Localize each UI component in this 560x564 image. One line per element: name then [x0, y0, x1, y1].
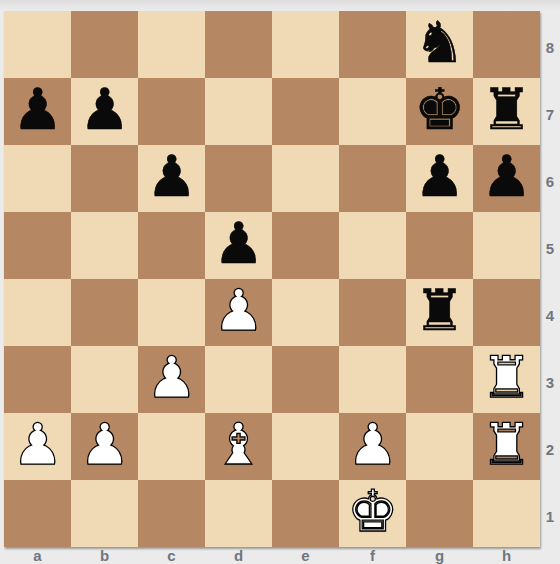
file-label-e: e — [272, 546, 339, 564]
black-pawn-g6[interactable]: ♟ — [414, 148, 465, 205]
square-c6[interactable]: ♟ — [138, 145, 205, 212]
black-king-g7[interactable]: ♚ — [414, 81, 465, 138]
square-f8[interactable] — [339, 11, 406, 78]
file-label-f: f — [339, 546, 406, 564]
rank-label-8: 8 — [540, 11, 560, 78]
square-h5[interactable] — [473, 212, 540, 279]
white-pawn-a2[interactable]: ♟ — [12, 416, 63, 473]
square-c7[interactable] — [138, 78, 205, 145]
square-g2[interactable] — [406, 413, 473, 480]
square-h7[interactable]: ♜ — [473, 78, 540, 145]
rank-label-5: 5 — [540, 212, 560, 279]
black-rook-g4[interactable]: ♜ — [414, 282, 465, 339]
square-b4[interactable] — [71, 279, 138, 346]
square-e3[interactable] — [272, 346, 339, 413]
black-pawn-d5[interactable]: ♟ — [213, 215, 264, 272]
square-c5[interactable] — [138, 212, 205, 279]
square-b7[interactable]: ♟ — [71, 78, 138, 145]
black-pawn-h6[interactable]: ♟ — [481, 148, 532, 205]
file-label-h: h — [473, 546, 540, 564]
square-h3[interactable]: ♜ — [473, 346, 540, 413]
square-h6[interactable]: ♟ — [473, 145, 540, 212]
square-e1[interactable] — [272, 480, 339, 547]
square-e4[interactable] — [272, 279, 339, 346]
square-f6[interactable] — [339, 145, 406, 212]
square-f4[interactable] — [339, 279, 406, 346]
black-pawn-b7[interactable]: ♟ — [79, 81, 130, 138]
white-pawn-c3[interactable]: ♟ — [146, 349, 197, 406]
square-f2[interactable]: ♟ — [339, 413, 406, 480]
square-h8[interactable] — [473, 11, 540, 78]
square-f3[interactable] — [339, 346, 406, 413]
rank-label-1: 1 — [540, 480, 560, 547]
white-bishop-d2[interactable]: ♝ — [213, 416, 264, 473]
square-g6[interactable]: ♟ — [406, 145, 473, 212]
square-b2[interactable]: ♟ — [71, 413, 138, 480]
square-g5[interactable] — [406, 212, 473, 279]
square-c1[interactable] — [138, 480, 205, 547]
file-label-a: a — [4, 546, 71, 564]
square-b6[interactable] — [71, 145, 138, 212]
white-rook-h2[interactable]: ♜ — [481, 416, 532, 473]
square-e8[interactable] — [272, 11, 339, 78]
square-b3[interactable] — [71, 346, 138, 413]
rank-label-7: 7 — [540, 78, 560, 145]
square-a2[interactable]: ♟ — [4, 413, 71, 480]
white-pawn-d4[interactable]: ♟ — [213, 282, 264, 339]
black-pawn-c6[interactable]: ♟ — [146, 148, 197, 205]
square-g1[interactable] — [406, 480, 473, 547]
square-h4[interactable] — [473, 279, 540, 346]
file-label-d: d — [205, 546, 272, 564]
square-a6[interactable] — [4, 145, 71, 212]
square-c2[interactable] — [138, 413, 205, 480]
square-d8[interactable] — [205, 11, 272, 78]
square-d5[interactable]: ♟ — [205, 212, 272, 279]
black-knight-g8[interactable]: ♞ — [414, 14, 465, 71]
white-pawn-f2[interactable]: ♟ — [347, 416, 398, 473]
file-labels: abcdefgh — [4, 546, 540, 564]
square-g3[interactable] — [406, 346, 473, 413]
square-d3[interactable] — [205, 346, 272, 413]
square-h1[interactable] — [473, 480, 540, 547]
square-a8[interactable] — [4, 11, 71, 78]
white-rook-h3[interactable]: ♜ — [481, 349, 532, 406]
square-d6[interactable] — [205, 145, 272, 212]
file-label-c: c — [138, 546, 205, 564]
square-c3[interactable]: ♟ — [138, 346, 205, 413]
square-c4[interactable] — [138, 279, 205, 346]
square-b8[interactable] — [71, 11, 138, 78]
black-rook-h7[interactable]: ♜ — [481, 81, 532, 138]
white-pawn-b2[interactable]: ♟ — [79, 416, 130, 473]
square-e6[interactable] — [272, 145, 339, 212]
square-d4[interactable]: ♟ — [205, 279, 272, 346]
square-f7[interactable] — [339, 78, 406, 145]
file-label-b: b — [71, 546, 138, 564]
square-c8[interactable] — [138, 11, 205, 78]
square-b5[interactable] — [71, 212, 138, 279]
square-e5[interactable] — [272, 212, 339, 279]
black-pawn-a7[interactable]: ♟ — [12, 81, 63, 138]
square-a3[interactable] — [4, 346, 71, 413]
white-king-f1[interactable]: ♚ — [347, 483, 398, 540]
square-e2[interactable] — [272, 413, 339, 480]
file-label-g: g — [406, 546, 473, 564]
square-a1[interactable] — [4, 480, 71, 547]
square-g4[interactable]: ♜ — [406, 279, 473, 346]
square-d2[interactable]: ♝ — [205, 413, 272, 480]
rank-labels: 87654321 — [540, 11, 560, 547]
square-a5[interactable] — [4, 212, 71, 279]
chess-board: ♞♟♟♚♜♟♟♟♟♟♜♟♜♟♟♝♟♜♚ — [4, 11, 540, 547]
square-a7[interactable]: ♟ — [4, 78, 71, 145]
square-h2[interactable]: ♜ — [473, 413, 540, 480]
rank-label-3: 3 — [540, 346, 560, 413]
rank-label-6: 6 — [540, 145, 560, 212]
top-shadow — [0, 0, 560, 11]
square-d7[interactable] — [205, 78, 272, 145]
square-g8[interactable]: ♞ — [406, 11, 473, 78]
square-f1[interactable]: ♚ — [339, 480, 406, 547]
square-f5[interactable] — [339, 212, 406, 279]
square-d1[interactable] — [205, 480, 272, 547]
square-g7[interactable]: ♚ — [406, 78, 473, 145]
square-b1[interactable] — [71, 480, 138, 547]
square-a4[interactable] — [4, 279, 71, 346]
square-e7[interactable] — [272, 78, 339, 145]
rank-label-4: 4 — [540, 279, 560, 346]
rank-label-2: 2 — [540, 413, 560, 480]
